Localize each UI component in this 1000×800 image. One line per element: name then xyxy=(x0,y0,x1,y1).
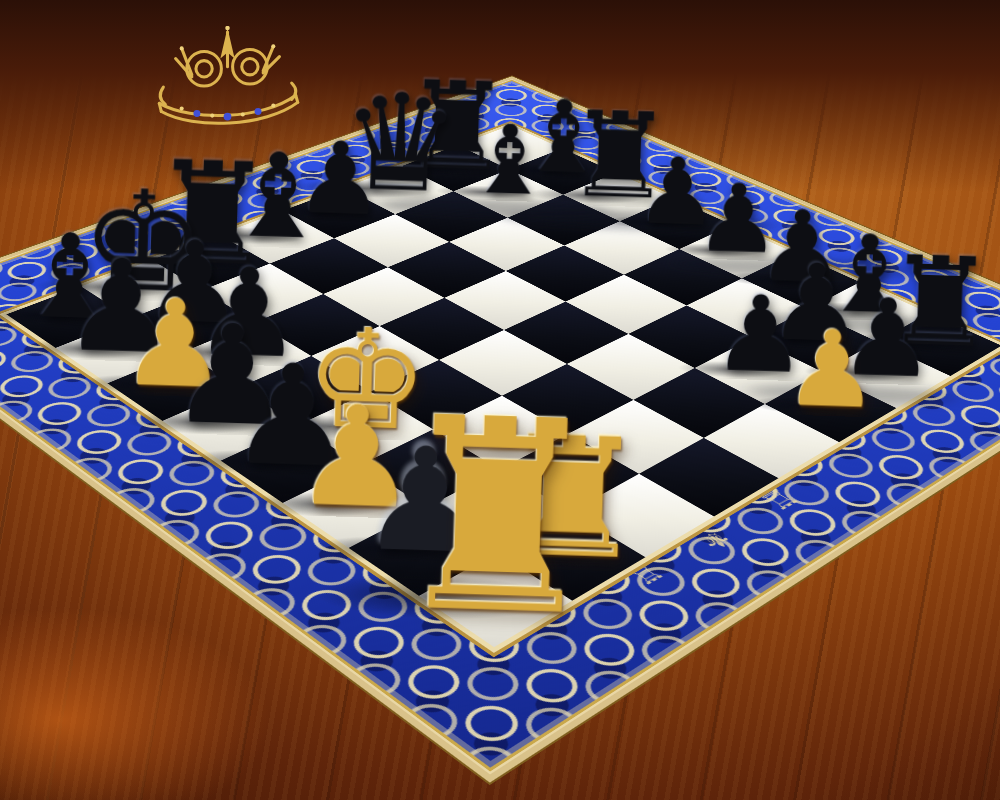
chess-scene: ♖ ⚜ ♖ ♝♚♜♝♟♛♜♝♝♜♟♟♟♝♟♜♟♟♟♟♟♟♟♟♟♚♟♟♜♜ xyxy=(0,0,1000,800)
crown-icon xyxy=(150,26,305,138)
